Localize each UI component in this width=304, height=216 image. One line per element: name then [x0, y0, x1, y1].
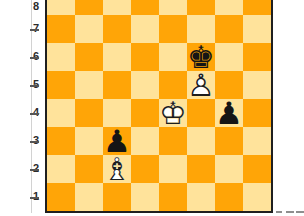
chess-board: ♚♟♙♚♔♟♟♝♗ [45, 0, 273, 213]
rank-tick [30, 169, 39, 171]
square-c3[interactable]: ♟ [103, 127, 131, 155]
black-king-f6: ♚ [187, 43, 215, 71]
square-f8[interactable] [187, 0, 215, 15]
black-pawn-c3: ♟ [103, 127, 131, 155]
square-h7[interactable] [243, 15, 271, 43]
square-g8[interactable] [215, 0, 243, 15]
rank-tick [30, 113, 39, 115]
square-c6[interactable] [103, 43, 131, 71]
rank-tick [30, 141, 39, 143]
square-f5[interactable]: ♟♙ [187, 71, 215, 99]
square-e3[interactable] [159, 127, 187, 155]
square-d6[interactable] [131, 43, 159, 71]
square-f2[interactable] [187, 155, 215, 183]
square-b5[interactable] [75, 71, 103, 99]
square-a2[interactable] [47, 155, 75, 183]
square-f3[interactable] [187, 127, 215, 155]
board-grid: ♚♟♙♚♔♟♟♝♗ [47, 0, 271, 211]
square-e1[interactable] [159, 183, 187, 211]
square-c1[interactable] [103, 183, 131, 211]
square-b7[interactable] [75, 15, 103, 43]
square-c8[interactable] [103, 0, 131, 15]
rank-gutter: 87654321 [0, 0, 45, 216]
square-h2[interactable] [243, 155, 271, 183]
rank-tick [30, 85, 39, 87]
square-g3[interactable] [215, 127, 243, 155]
square-h4[interactable] [243, 99, 271, 127]
square-b6[interactable] [75, 43, 103, 71]
square-g7[interactable] [215, 15, 243, 43]
rank-label-8: 8 [29, 0, 43, 13]
square-a1[interactable] [47, 183, 75, 211]
square-d5[interactable] [131, 71, 159, 99]
square-e5[interactable] [159, 71, 187, 99]
square-h6[interactable] [243, 43, 271, 71]
square-d8[interactable] [131, 0, 159, 15]
square-e6[interactable] [159, 43, 187, 71]
chess-diagram: 87654321 ♚♟♙♚♔♟♟♝♗ [0, 0, 304, 216]
white-pawn-f5: ♟♙ [187, 71, 215, 99]
white-bishop-c2: ♝♗ [103, 155, 131, 183]
cropped-text-fragment [276, 210, 304, 216]
square-a8[interactable] [47, 0, 75, 15]
square-e2[interactable] [159, 155, 187, 183]
square-h8[interactable] [243, 0, 271, 15]
square-g1[interactable] [215, 183, 243, 211]
square-b1[interactable] [75, 183, 103, 211]
square-c7[interactable] [103, 15, 131, 43]
square-g4[interactable]: ♟ [215, 99, 243, 127]
square-b2[interactable] [75, 155, 103, 183]
rank-tick [30, 57, 39, 59]
square-d2[interactable] [131, 155, 159, 183]
rank-tick [30, 29, 39, 31]
square-g2[interactable] [215, 155, 243, 183]
square-a6[interactable] [47, 43, 75, 71]
square-b8[interactable] [75, 0, 103, 15]
square-g5[interactable] [215, 71, 243, 99]
black-pawn-g4: ♟ [215, 99, 243, 127]
square-e4[interactable]: ♚♔ [159, 99, 187, 127]
rank-tick [30, 197, 39, 199]
square-f7[interactable] [187, 15, 215, 43]
square-a3[interactable] [47, 127, 75, 155]
square-f4[interactable] [187, 99, 215, 127]
square-d1[interactable] [131, 183, 159, 211]
square-d3[interactable] [131, 127, 159, 155]
white-king-e4: ♚♔ [159, 99, 187, 127]
square-f1[interactable] [187, 183, 215, 211]
square-d7[interactable] [131, 15, 159, 43]
square-b3[interactable] [75, 127, 103, 155]
square-a5[interactable] [47, 71, 75, 99]
square-h5[interactable] [243, 71, 271, 99]
square-e8[interactable] [159, 0, 187, 15]
square-b4[interactable] [75, 99, 103, 127]
square-c4[interactable] [103, 99, 131, 127]
square-g6[interactable] [215, 43, 243, 71]
square-e7[interactable] [159, 15, 187, 43]
square-a4[interactable] [47, 99, 75, 127]
square-c5[interactable] [103, 71, 131, 99]
square-c2[interactable]: ♝♗ [103, 155, 131, 183]
square-h1[interactable] [243, 183, 271, 211]
square-a7[interactable] [47, 15, 75, 43]
square-d4[interactable] [131, 99, 159, 127]
square-f6[interactable]: ♚ [187, 43, 215, 71]
square-h3[interactable] [243, 127, 271, 155]
